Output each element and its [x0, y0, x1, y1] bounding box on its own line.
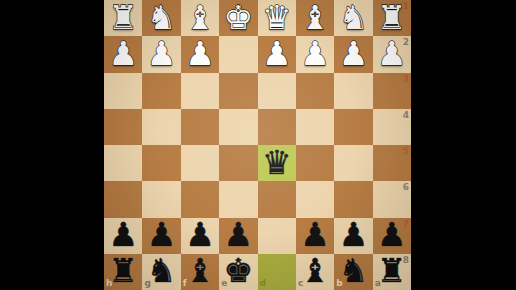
square-g4[interactable]	[142, 109, 180, 145]
black-pawn[interactable]: ♟	[339, 218, 369, 251]
square-e8[interactable]: ♚e	[219, 254, 257, 290]
square-h3[interactable]	[104, 73, 142, 109]
square-c5[interactable]	[296, 145, 334, 181]
square-c7[interactable]: ♟	[296, 218, 334, 254]
square-d5[interactable]: ♛	[258, 145, 296, 181]
square-h6[interactable]	[104, 181, 142, 217]
square-g2[interactable]: ♟	[142, 36, 180, 72]
square-g8[interactable]: ♞g	[142, 254, 180, 290]
square-b2[interactable]: ♟	[334, 36, 372, 72]
video-frame: ♜♞♝♚♛♝♞♜1♟♟♟♟♟♟♟234♛56♟♟♟♟♟♟♟7♜h♞g♝f♚ed♝…	[0, 0, 516, 290]
square-b5[interactable]	[334, 145, 372, 181]
square-d4[interactable]	[258, 109, 296, 145]
white-king[interactable]: ♚	[224, 1, 254, 34]
square-e7[interactable]: ♟	[219, 218, 257, 254]
file-label-d: d	[260, 279, 266, 288]
square-g7[interactable]: ♟	[142, 218, 180, 254]
square-c4[interactable]	[296, 109, 334, 145]
black-knight[interactable]: ♞	[147, 254, 177, 287]
white-rook[interactable]: ♜	[108, 1, 138, 34]
black-rook[interactable]: ♜	[108, 254, 138, 287]
square-e3[interactable]	[219, 73, 257, 109]
square-f6[interactable]	[181, 181, 219, 217]
square-e4[interactable]	[219, 109, 257, 145]
chess-board: ♜♞♝♚♛♝♞♜1♟♟♟♟♟♟♟234♛56♟♟♟♟♟♟♟7♜h♞g♝f♚ed♝…	[104, 0, 411, 290]
square-a6[interactable]: 6	[373, 181, 411, 217]
white-bishop[interactable]: ♝	[300, 1, 330, 34]
square-d6[interactable]	[258, 181, 296, 217]
square-a1[interactable]: ♜1	[373, 0, 411, 36]
black-pawn[interactable]: ♟	[300, 218, 330, 251]
square-e5[interactable]	[219, 145, 257, 181]
square-b6[interactable]	[334, 181, 372, 217]
white-pawn[interactable]: ♟	[147, 37, 177, 70]
white-queen[interactable]: ♛	[262, 1, 292, 34]
white-knight[interactable]: ♞	[339, 1, 369, 34]
black-bishop[interactable]: ♝	[300, 254, 330, 287]
square-d2[interactable]: ♟	[258, 36, 296, 72]
white-pawn[interactable]: ♟	[300, 37, 330, 70]
square-h1[interactable]: ♜	[104, 0, 142, 36]
file-label-f: f	[183, 279, 187, 288]
square-f1[interactable]: ♝	[181, 0, 219, 36]
black-queen[interactable]: ♛	[262, 146, 292, 179]
white-knight[interactable]: ♞	[147, 1, 177, 34]
black-bishop[interactable]: ♝	[185, 254, 215, 287]
rank-label-2: 2	[403, 38, 409, 47]
file-label-c: c	[298, 279, 303, 288]
square-f8[interactable]: ♝f	[181, 254, 219, 290]
square-a3[interactable]: 3	[373, 73, 411, 109]
square-g3[interactable]	[142, 73, 180, 109]
square-b8[interactable]: ♞b	[334, 254, 372, 290]
file-label-e: e	[221, 279, 227, 288]
square-b4[interactable]	[334, 109, 372, 145]
square-f4[interactable]	[181, 109, 219, 145]
square-a4[interactable]: 4	[373, 109, 411, 145]
square-e6[interactable]	[219, 181, 257, 217]
square-f3[interactable]	[181, 73, 219, 109]
square-c6[interactable]	[296, 181, 334, 217]
square-e2[interactable]	[219, 36, 257, 72]
white-pawn[interactable]: ♟	[108, 37, 138, 70]
square-b3[interactable]	[334, 73, 372, 109]
square-d7[interactable]	[258, 218, 296, 254]
square-g5[interactable]	[142, 145, 180, 181]
square-c1[interactable]: ♝	[296, 0, 334, 36]
rank-label-4: 4	[403, 111, 409, 120]
letterbox-left-bar	[0, 0, 104, 290]
square-h8[interactable]: ♜h	[104, 254, 142, 290]
file-label-b: b	[336, 279, 342, 288]
black-pawn[interactable]: ♟	[185, 218, 215, 251]
rank-label-3: 3	[403, 75, 409, 84]
square-d3[interactable]	[258, 73, 296, 109]
square-d1[interactable]: ♛	[258, 0, 296, 36]
white-pawn[interactable]: ♟	[185, 37, 215, 70]
square-g6[interactable]	[142, 181, 180, 217]
square-a8[interactable]: ♜a8	[373, 254, 411, 290]
square-b1[interactable]: ♞	[334, 0, 372, 36]
square-h2[interactable]: ♟	[104, 36, 142, 72]
square-g1[interactable]: ♞	[142, 0, 180, 36]
file-label-g: g	[144, 279, 150, 288]
white-bishop[interactable]: ♝	[185, 1, 215, 34]
black-king[interactable]: ♚	[224, 254, 254, 287]
rank-label-1: 1	[403, 2, 409, 11]
black-pawn[interactable]: ♟	[224, 218, 254, 251]
rank-label-6: 6	[403, 183, 409, 192]
black-pawn[interactable]: ♟	[108, 218, 138, 251]
rank-label-8: 8	[403, 256, 409, 265]
rank-label-5: 5	[403, 147, 409, 156]
square-c3[interactable]	[296, 73, 334, 109]
file-label-h: h	[106, 279, 112, 288]
black-knight[interactable]: ♞	[339, 254, 369, 287]
square-a2[interactable]: ♟2	[373, 36, 411, 72]
white-pawn[interactable]: ♟	[262, 37, 292, 70]
black-pawn[interactable]: ♟	[147, 218, 177, 251]
square-h7[interactable]: ♟	[104, 218, 142, 254]
square-f7[interactable]: ♟	[181, 218, 219, 254]
square-f2[interactable]: ♟	[181, 36, 219, 72]
square-a5[interactable]: 5	[373, 145, 411, 181]
square-h4[interactable]	[104, 109, 142, 145]
rank-label-7: 7	[403, 220, 409, 229]
square-a7[interactable]: ♟7	[373, 218, 411, 254]
letterbox-right-bar	[411, 0, 516, 290]
square-h5[interactable]	[104, 145, 142, 181]
square-c8[interactable]: ♝c	[296, 254, 334, 290]
file-label-a: a	[375, 279, 381, 288]
square-e1[interactable]: ♚	[219, 0, 257, 36]
square-b7[interactable]: ♟	[334, 218, 372, 254]
square-f5[interactable]	[181, 145, 219, 181]
white-pawn[interactable]: ♟	[339, 37, 369, 70]
square-d8[interactable]: d	[258, 254, 296, 290]
square-c2[interactable]: ♟	[296, 36, 334, 72]
